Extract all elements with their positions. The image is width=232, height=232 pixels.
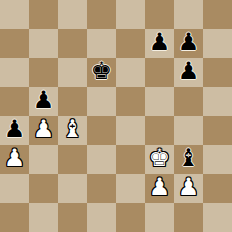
square-f4[interactable] (145, 116, 174, 145)
square-d3[interactable] (87, 145, 116, 174)
square-h7[interactable] (203, 29, 232, 58)
square-h4[interactable] (203, 116, 232, 145)
square-g1[interactable] (174, 203, 203, 232)
black-pawn[interactable]: ♟ (178, 29, 200, 57)
square-c1[interactable] (58, 203, 87, 232)
square-b6[interactable] (29, 58, 58, 87)
square-h3[interactable] (203, 145, 232, 174)
square-e6[interactable] (116, 58, 145, 87)
black-pawn[interactable]: ♟ (33, 87, 55, 115)
chess-board: ♟♟♚♟♟♟♟♝♟♚♝♟♟ (0, 0, 232, 232)
square-f7[interactable]: ♟ (145, 29, 174, 58)
square-h2[interactable] (203, 174, 232, 203)
square-b3[interactable] (29, 145, 58, 174)
square-g4[interactable] (174, 116, 203, 145)
black-pawn[interactable]: ♟ (149, 29, 171, 57)
square-b4[interactable]: ♟ (29, 116, 58, 145)
square-e1[interactable] (116, 203, 145, 232)
white-pawn[interactable]: ♟ (178, 174, 200, 202)
square-a4[interactable]: ♟ (0, 116, 29, 145)
square-h1[interactable] (203, 203, 232, 232)
square-c5[interactable] (58, 87, 87, 116)
square-d5[interactable] (87, 87, 116, 116)
square-e8[interactable] (116, 0, 145, 29)
square-a8[interactable] (0, 0, 29, 29)
square-d4[interactable] (87, 116, 116, 145)
square-a7[interactable] (0, 29, 29, 58)
square-d2[interactable] (87, 174, 116, 203)
square-f3[interactable]: ♚ (145, 145, 174, 174)
square-e3[interactable] (116, 145, 145, 174)
square-a3[interactable]: ♟ (0, 145, 29, 174)
square-g7[interactable]: ♟ (174, 29, 203, 58)
black-pawn[interactable]: ♟ (178, 58, 200, 86)
square-f6[interactable] (145, 58, 174, 87)
square-e4[interactable] (116, 116, 145, 145)
white-pawn[interactable]: ♟ (33, 116, 55, 144)
square-d6[interactable]: ♚ (87, 58, 116, 87)
square-b1[interactable] (29, 203, 58, 232)
chess-board-container: ♟♟♚♟♟♟♟♝♟♚♝♟♟ (0, 0, 232, 232)
square-g2[interactable]: ♟ (174, 174, 203, 203)
white-pawn[interactable]: ♟ (149, 174, 171, 202)
square-e2[interactable] (116, 174, 145, 203)
square-g5[interactable] (174, 87, 203, 116)
square-d1[interactable] (87, 203, 116, 232)
square-c7[interactable] (58, 29, 87, 58)
square-c6[interactable] (58, 58, 87, 87)
square-c3[interactable] (58, 145, 87, 174)
square-b7[interactable] (29, 29, 58, 58)
square-f5[interactable] (145, 87, 174, 116)
square-c4[interactable]: ♝ (58, 116, 87, 145)
square-a2[interactable] (0, 174, 29, 203)
square-h5[interactable] (203, 87, 232, 116)
black-bishop[interactable]: ♝ (178, 145, 200, 173)
square-g3[interactable]: ♝ (174, 145, 203, 174)
square-e7[interactable] (116, 29, 145, 58)
square-d8[interactable] (87, 0, 116, 29)
black-pawn[interactable]: ♟ (4, 116, 26, 144)
square-a1[interactable] (0, 203, 29, 232)
square-g6[interactable]: ♟ (174, 58, 203, 87)
square-a5[interactable] (0, 87, 29, 116)
square-f1[interactable] (145, 203, 174, 232)
white-king[interactable]: ♚ (149, 145, 171, 173)
square-h6[interactable] (203, 58, 232, 87)
square-c2[interactable] (58, 174, 87, 203)
square-g8[interactable] (174, 0, 203, 29)
square-f8[interactable] (145, 0, 174, 29)
square-a6[interactable] (0, 58, 29, 87)
white-bishop[interactable]: ♝ (62, 116, 84, 144)
square-c8[interactable] (58, 0, 87, 29)
square-b8[interactable] (29, 0, 58, 29)
square-e5[interactable] (116, 87, 145, 116)
square-h8[interactable] (203, 0, 232, 29)
white-pawn[interactable]: ♟ (4, 145, 26, 173)
square-b5[interactable]: ♟ (29, 87, 58, 116)
square-f2[interactable]: ♟ (145, 174, 174, 203)
square-b2[interactable] (29, 174, 58, 203)
square-d7[interactable] (87, 29, 116, 58)
black-king[interactable]: ♚ (91, 58, 113, 86)
